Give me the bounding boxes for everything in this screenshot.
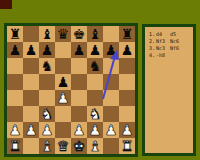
square-c4[interactable] <box>39 90 55 106</box>
white-queen: ♛ <box>55 138 71 154</box>
square-b3[interactable] <box>23 106 39 122</box>
white-king: ♚ <box>71 138 87 154</box>
white-bishop: ♝ <box>87 138 103 154</box>
square-c5[interactable] <box>39 74 55 90</box>
square-e1[interactable]: ♚ <box>71 138 87 154</box>
black-pawn: ♟ <box>103 42 119 58</box>
board: ♜♝♛♚♝♜♟♟♟♟♟♟♟♞♞♟♟♞♞♟♟♟♟♟♟♟♜♝♛♚♝♜ <box>7 26 135 154</box>
square-f1[interactable]: ♝ <box>87 138 103 154</box>
square-g7[interactable]: ♟ <box>103 42 119 58</box>
black-bishop: ♝ <box>39 26 55 42</box>
square-d7[interactable] <box>55 42 71 58</box>
white-pawn: ♟ <box>87 122 103 138</box>
move-number: 4. <box>149 52 156 59</box>
square-f4[interactable] <box>87 90 103 106</box>
square-e4[interactable] <box>71 90 87 106</box>
screen-artifact <box>0 0 12 9</box>
square-b5[interactable] <box>23 74 39 90</box>
square-g5[interactable] <box>103 74 119 90</box>
black-pawn: ♟ <box>39 42 55 58</box>
square-a8[interactable]: ♜ <box>7 26 23 42</box>
move-row-1: 1. d4 d5 <box>149 31 192 38</box>
black-move: d5 <box>170 31 192 38</box>
board-frame: ♜♝♛♚♝♜♟♟♟♟♟♟♟♞♞♟♟♞♞♟♟♟♟♟♟♟♜♝♛♚♝♜ <box>4 23 138 157</box>
black-queen: ♛ <box>55 26 71 42</box>
move-row-4: 4. -h8 <box>149 52 192 59</box>
white-pawn: ♟ <box>7 122 23 138</box>
square-b7[interactable]: ♟ <box>23 42 39 58</box>
white-move: d4 <box>156 31 170 38</box>
white-knight: ♞ <box>87 106 103 122</box>
square-e2[interactable]: ♟ <box>71 122 87 138</box>
black-pawn: ♟ <box>7 42 23 58</box>
white-knight: ♞ <box>39 106 55 122</box>
square-h7[interactable]: ♟ <box>119 42 135 58</box>
square-a1[interactable]: ♜ <box>7 138 23 154</box>
square-g3[interactable] <box>103 106 119 122</box>
black-pawn: ♟ <box>87 42 103 58</box>
square-e5[interactable] <box>71 74 87 90</box>
square-e3[interactable] <box>71 106 87 122</box>
square-d6[interactable] <box>55 58 71 74</box>
square-b8[interactable] <box>23 26 39 42</box>
square-b6[interactable] <box>23 58 39 74</box>
black-pawn: ♟ <box>23 42 39 58</box>
move-number: 1. <box>149 31 156 38</box>
square-h5[interactable] <box>119 74 135 90</box>
black-move <box>170 52 192 59</box>
square-a3[interactable] <box>7 106 23 122</box>
white-move: -h8 <box>156 52 170 59</box>
black-move: Nc6 <box>170 38 192 45</box>
square-b1[interactable] <box>23 138 39 154</box>
square-h4[interactable] <box>119 90 135 106</box>
square-h6[interactable] <box>119 58 135 74</box>
white-pawn: ♟ <box>71 122 87 138</box>
square-f6[interactable]: ♞ <box>87 58 103 74</box>
black-knight: ♞ <box>39 58 55 74</box>
move-list-panel: 1. d4 d5 2. Nf3 Nc6 3. Nc3 Nf6 4. -h8 <box>142 24 196 156</box>
square-a2[interactable]: ♟ <box>7 122 23 138</box>
square-d1[interactable]: ♛ <box>55 138 71 154</box>
square-a7[interactable]: ♟ <box>7 42 23 58</box>
white-pawn: ♟ <box>119 122 135 138</box>
square-g1[interactable] <box>103 138 119 154</box>
square-a5[interactable] <box>7 74 23 90</box>
square-f2[interactable]: ♟ <box>87 122 103 138</box>
move-number: 2. <box>149 38 156 45</box>
square-d8[interactable]: ♛ <box>55 26 71 42</box>
square-f3[interactable]: ♞ <box>87 106 103 122</box>
square-c2[interactable]: ♟ <box>39 122 55 138</box>
square-b4[interactable] <box>23 90 39 106</box>
square-c3[interactable]: ♞ <box>39 106 55 122</box>
square-e8[interactable]: ♚ <box>71 26 87 42</box>
square-c6[interactable]: ♞ <box>39 58 55 74</box>
black-king: ♚ <box>71 26 87 42</box>
square-c1[interactable]: ♝ <box>39 138 55 154</box>
square-h3[interactable] <box>119 106 135 122</box>
square-d3[interactable] <box>55 106 71 122</box>
black-pawn: ♟ <box>71 42 87 58</box>
move-number: 3. <box>149 45 156 52</box>
move-row-2: 2. Nf3 Nc6 <box>149 38 192 45</box>
black-bishop: ♝ <box>87 26 103 42</box>
square-g6[interactable] <box>103 58 119 74</box>
black-knight: ♞ <box>87 58 103 74</box>
white-bishop: ♝ <box>39 138 55 154</box>
white-rook: ♜ <box>7 138 23 154</box>
square-c7[interactable]: ♟ <box>39 42 55 58</box>
black-rook: ♜ <box>119 26 135 42</box>
black-move: Nf6 <box>170 45 192 52</box>
square-f7[interactable]: ♟ <box>87 42 103 58</box>
square-a4[interactable] <box>7 90 23 106</box>
white-pawn: ♟ <box>55 90 71 106</box>
white-move: Nc3 <box>156 45 170 52</box>
square-b2[interactable]: ♟ <box>23 122 39 138</box>
square-h2[interactable]: ♟ <box>119 122 135 138</box>
white-pawn: ♟ <box>39 122 55 138</box>
square-d5[interactable]: ♟ <box>55 74 71 90</box>
white-rook: ♜ <box>119 138 135 154</box>
square-a6[interactable] <box>7 58 23 74</box>
black-pawn: ♟ <box>119 42 135 58</box>
white-pawn: ♟ <box>103 122 119 138</box>
square-f5[interactable] <box>87 74 103 90</box>
square-g8[interactable] <box>103 26 119 42</box>
square-d4[interactable]: ♟ <box>55 90 71 106</box>
square-d2[interactable] <box>55 122 71 138</box>
square-e6[interactable] <box>71 58 87 74</box>
move-row-3: 3. Nc3 Nf6 <box>149 45 192 52</box>
square-f8[interactable]: ♝ <box>87 26 103 42</box>
square-c8[interactable]: ♝ <box>39 26 55 42</box>
square-h1[interactable]: ♜ <box>119 138 135 154</box>
black-rook: ♜ <box>7 26 23 42</box>
square-e7[interactable]: ♟ <box>71 42 87 58</box>
square-g2[interactable]: ♟ <box>103 122 119 138</box>
white-pawn: ♟ <box>23 122 39 138</box>
square-g4[interactable] <box>103 90 119 106</box>
square-h8[interactable]: ♜ <box>119 26 135 42</box>
black-pawn: ♟ <box>55 74 71 90</box>
white-move: Nf3 <box>156 38 170 45</box>
